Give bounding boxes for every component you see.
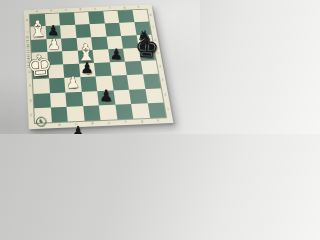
board-square — [75, 24, 91, 37]
knight-logo-icon: ♞ — [38, 119, 44, 125]
coordinate-label: 3 — [27, 79, 32, 93]
board-square — [30, 14, 45, 27]
board-square — [67, 106, 85, 122]
board-square — [143, 74, 161, 89]
board-square — [83, 105, 101, 121]
board-square — [32, 52, 48, 66]
coordinate-label: g — [117, 6, 132, 9]
board-square — [44, 13, 60, 26]
board-square — [65, 91, 82, 106]
board-square — [140, 60, 158, 74]
board-square — [63, 64, 80, 78]
coordinate-label: 2 — [28, 94, 33, 109]
board-square — [34, 93, 51, 108]
board-square — [92, 49, 109, 63]
coordinate-label: b — [44, 10, 59, 13]
border-vertical-text — [26, 36, 30, 69]
coordinate-label: g — [133, 120, 150, 124]
coordinate-label: e — [101, 121, 118, 125]
board-square — [50, 107, 67, 123]
coordinate-label: h — [150, 119, 167, 123]
board-square — [61, 38, 77, 52]
board-square — [47, 51, 63, 65]
board-square — [134, 22, 151, 35]
coordinate-label: d — [84, 122, 101, 126]
board-square — [80, 77, 97, 92]
board-square — [74, 12, 90, 25]
board-square — [32, 65, 48, 79]
coordinate-label: c — [59, 9, 74, 12]
board-square — [60, 25, 76, 38]
coordinate-label: f — [117, 120, 134, 124]
board-square — [136, 34, 153, 48]
board-square — [59, 13, 75, 26]
brand-logo: ♞ — [35, 116, 47, 127]
board-square — [145, 88, 163, 103]
board-square — [49, 92, 66, 107]
board-square — [79, 63, 96, 77]
coordinate-label: a — [30, 10, 45, 13]
board-square — [94, 62, 111, 76]
board-square — [97, 90, 115, 105]
chess-board-sheet: abcdefgh abcdefgh 87654321 87654321 ♞ — [24, 5, 173, 130]
coordinate-label: f — [102, 7, 117, 10]
board-square — [64, 77, 81, 92]
board-square — [45, 26, 61, 39]
board-square — [77, 50, 94, 64]
board-square — [33, 79, 50, 94]
coordinate-label: 1 — [29, 108, 34, 123]
board-square — [132, 10, 149, 23]
board-square — [138, 47, 156, 61]
board-square — [96, 76, 113, 91]
board-square — [49, 78, 66, 93]
board-square — [30, 26, 46, 39]
board-square — [99, 104, 117, 120]
coordinate-label: d — [73, 8, 88, 11]
board-square — [48, 64, 65, 78]
coordinate-label: e — [88, 8, 103, 11]
board-square — [88, 11, 104, 24]
board-square — [31, 39, 47, 53]
board-square — [81, 91, 99, 106]
board-square — [91, 36, 108, 50]
coordinate-label: 8 — [25, 15, 30, 27]
board-square — [90, 24, 106, 37]
coordinate-label: b — [51, 123, 68, 127]
board-square — [46, 38, 62, 52]
coordinate-label: c — [68, 122, 85, 126]
board-square — [147, 102, 166, 118]
board-square — [76, 37, 92, 51]
coordinate-label: h — [131, 6, 146, 9]
board-grid — [30, 10, 166, 123]
board-square — [62, 50, 79, 64]
